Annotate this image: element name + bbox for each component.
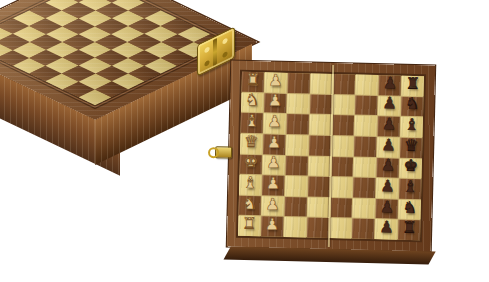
board-square	[356, 75, 378, 95]
product-photo-stage: ♜♟♟♜♞♟♟♞♝♟♟♝♛♟♟♛♚♟♟♚♝♟♟♝♞♟♟♞♜♟♟♜	[0, 0, 489, 282]
board-square: ♟	[377, 158, 399, 178]
board-square	[285, 155, 307, 175]
box-square	[13, 58, 46, 74]
white-chess-piece: ♛	[244, 134, 259, 150]
black-chess-piece: ♝	[403, 179, 418, 195]
box-square	[144, 10, 177, 26]
box-square	[111, 10, 144, 26]
brass-clasp-icon	[215, 146, 232, 158]
board-square: ♜	[238, 216, 260, 236]
box-square	[79, 10, 112, 26]
open-chess-board: ♜♟♟♜♞♟♟♞♝♟♟♝♛♟♟♛♚♟♟♚♝♟♟♝♞♟♟♞♜♟♟♜	[227, 61, 435, 252]
board-square	[354, 136, 376, 156]
black-chess-piece: ♚	[403, 158, 418, 174]
board-square: ♟	[263, 114, 285, 134]
board-square	[331, 157, 353, 177]
board-square: ♟	[379, 75, 401, 95]
box-square	[62, 34, 95, 50]
black-chess-piece: ♟	[382, 116, 397, 132]
box-square	[0, 18, 29, 34]
board-square: ♟	[375, 219, 397, 239]
board-square	[284, 197, 306, 217]
box-square	[62, 3, 95, 19]
board-square	[355, 95, 377, 115]
board-square	[332, 136, 354, 156]
box-square	[128, 66, 161, 82]
box-square	[144, 42, 177, 58]
board-square: ♟	[376, 199, 398, 219]
board-square	[307, 197, 329, 217]
box-square	[79, 58, 112, 74]
box-square	[95, 66, 128, 82]
board-square: ♝	[401, 117, 423, 137]
box-square	[79, 74, 112, 90]
box-square	[0, 26, 13, 42]
box-square	[144, 58, 177, 74]
box-square	[194, 34, 227, 50]
box-square	[79, 0, 112, 10]
black-chess-piece: ♟	[381, 137, 396, 153]
box-square	[29, 18, 62, 34]
box-square	[62, 81, 95, 97]
box-square	[177, 26, 210, 42]
board-square: ♝	[241, 113, 263, 133]
board-square: ♟	[378, 96, 400, 116]
board-square: ♟	[264, 72, 286, 92]
box-square	[29, 66, 62, 82]
white-chess-piece: ♝	[243, 175, 258, 191]
box-square	[161, 50, 194, 66]
box-square	[46, 74, 79, 90]
board-square	[353, 198, 375, 218]
black-chess-piece: ♝	[404, 117, 419, 133]
board-square: ♞	[399, 199, 421, 219]
board-square: ♟	[263, 134, 285, 154]
white-chess-piece: ♞	[245, 92, 260, 108]
board-square: ♟	[262, 155, 284, 175]
box-square	[13, 10, 46, 26]
box-square	[0, 34, 29, 50]
box-square	[95, 34, 128, 50]
black-chess-piece: ♟	[380, 178, 395, 194]
box-square	[95, 3, 128, 19]
box-square	[95, 18, 128, 34]
black-chess-piece: ♟	[381, 158, 396, 174]
white-chess-piece: ♜	[245, 72, 260, 88]
box-square	[111, 0, 144, 10]
box-square	[95, 81, 128, 97]
board-square	[310, 73, 332, 93]
box-square	[29, 34, 62, 50]
box-square	[29, 50, 62, 66]
white-chess-piece: ♟	[265, 217, 280, 233]
white-chess-piece: ♟	[267, 134, 282, 150]
board-square	[329, 218, 351, 238]
board-square	[332, 115, 354, 135]
box-square	[46, 58, 79, 74]
black-chess-piece: ♛	[404, 137, 419, 153]
board-square	[286, 135, 308, 155]
board-square: ♚	[240, 154, 262, 174]
box-square	[144, 26, 177, 42]
board-square: ♞	[239, 196, 261, 216]
board-square	[285, 176, 307, 196]
board-square: ♟	[261, 217, 283, 237]
board-square	[309, 135, 331, 155]
board-square: ♟	[262, 175, 284, 195]
white-chess-piece: ♟	[265, 196, 280, 212]
white-chess-piece: ♚	[243, 154, 258, 170]
white-chess-piece: ♟	[266, 155, 281, 171]
white-chess-piece: ♟	[267, 114, 282, 130]
board-square	[333, 95, 355, 115]
box-square	[111, 42, 144, 58]
board-square	[309, 115, 331, 135]
board-square	[284, 217, 306, 237]
board-square: ♟	[376, 178, 398, 198]
box-square	[95, 0, 128, 3]
box-square	[62, 0, 95, 3]
box-square	[161, 34, 194, 50]
box-square	[46, 0, 79, 10]
black-chess-piece: ♜	[405, 76, 420, 92]
box-square	[128, 3, 161, 19]
board-square: ♜	[398, 220, 420, 240]
white-chess-piece: ♟	[268, 72, 283, 88]
board-square	[352, 219, 374, 239]
box-square	[111, 26, 144, 42]
closed-box-front-left-face	[0, 42, 120, 176]
black-chess-piece: ♟	[379, 219, 394, 235]
white-chess-piece: ♞	[242, 195, 257, 211]
box-square	[13, 26, 46, 42]
box-square	[128, 34, 161, 50]
white-chess-piece: ♟	[268, 93, 283, 109]
white-chess-piece: ♟	[266, 175, 281, 191]
board-square	[355, 116, 377, 136]
board-square: ♟	[378, 116, 400, 136]
box-square	[29, 3, 62, 19]
board-square	[308, 177, 330, 197]
black-chess-piece: ♞	[402, 199, 417, 215]
box-square	[79, 89, 112, 105]
box-square	[95, 50, 128, 66]
box-square	[79, 26, 112, 42]
box-square	[46, 26, 79, 42]
board-square: ♟	[264, 93, 286, 113]
box-square	[128, 18, 161, 34]
box-square	[161, 18, 194, 34]
board-square: ♜	[242, 72, 264, 92]
box-square	[62, 66, 95, 82]
board-square	[287, 73, 309, 93]
board-square	[308, 156, 330, 176]
board-square: ♚	[400, 158, 422, 178]
board-square: ♟	[377, 137, 399, 157]
board-square: ♛	[240, 134, 262, 154]
box-square	[111, 74, 144, 90]
box-square	[0, 42, 13, 58]
white-chess-piece: ♝	[244, 113, 259, 129]
black-chess-piece: ♜	[402, 220, 417, 236]
board-square: ♞	[401, 96, 423, 116]
board-square	[330, 198, 352, 218]
black-chess-piece: ♟	[382, 96, 397, 112]
box-square	[13, 42, 46, 58]
board-square: ♟	[261, 196, 283, 216]
box-square	[79, 42, 112, 58]
board-square: ♞	[241, 92, 263, 112]
board-square	[333, 74, 355, 94]
board-square: ♝	[399, 179, 421, 199]
box-square	[177, 42, 210, 58]
board-square	[287, 94, 309, 114]
closed-box-checkerboard	[0, 0, 227, 105]
black-chess-piece: ♞	[405, 96, 420, 112]
board-square	[354, 157, 376, 177]
white-chess-piece: ♜	[242, 216, 257, 232]
box-square	[62, 18, 95, 34]
board-square	[310, 94, 332, 114]
box-square	[46, 42, 79, 58]
black-chess-piece: ♟	[383, 75, 398, 91]
board-square	[286, 114, 308, 134]
black-chess-piece: ♟	[380, 199, 395, 215]
board-square: ♜	[402, 76, 424, 96]
board-square	[331, 177, 353, 197]
box-square	[0, 50, 29, 66]
box-square	[62, 50, 95, 66]
board-square: ♛	[400, 138, 422, 158]
closed-box-top-face	[0, 0, 258, 120]
board-square	[307, 218, 329, 238]
board-square: ♝	[239, 175, 261, 195]
box-square	[128, 50, 161, 66]
brass-latch-icon	[197, 26, 235, 76]
box-square	[111, 58, 144, 74]
box-square	[46, 10, 79, 26]
board-square	[353, 178, 375, 198]
